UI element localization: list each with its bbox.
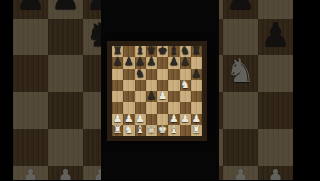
square-b5: [48, 55, 83, 92]
square-b5[interactable]: [123, 80, 134, 91]
black-pawn: ♟: [192, 68, 202, 79]
square-e1[interactable]: ♚: [157, 125, 168, 136]
square-a6: [13, 19, 48, 56]
square-h8[interactable]: ♜: [191, 46, 202, 57]
black-knight: ♞: [135, 68, 145, 79]
black-pawn: ♟: [147, 57, 157, 68]
square-b1[interactable]: ♞: [123, 125, 134, 136]
square-e7[interactable]: [157, 57, 168, 68]
square-f1[interactable]: ♝: [168, 125, 179, 136]
black-rook: ♜: [192, 45, 202, 56]
square-a5[interactable]: [112, 80, 123, 91]
square-h1[interactable]: ♜: [191, 125, 202, 136]
black-king: ♚: [158, 45, 168, 56]
square-a2: ♟: [13, 166, 48, 181]
chess-board[interactable]: ♜♝♛♚♝♞♜♟♟♟♟♟♟♞♟♞♟♟♟♟♟♟♟♟♜♞♝♛♚♝♜: [112, 46, 202, 136]
black-pawn: ♟: [113, 57, 123, 68]
black-pawn: ♟: [51, 0, 81, 16]
square-f6[interactable]: [168, 69, 179, 80]
square-g6: [223, 19, 258, 56]
square-h4[interactable]: [191, 91, 202, 102]
square-g5: ♞: [223, 55, 258, 92]
square-h5: [258, 55, 293, 92]
square-g5[interactable]: ♞: [180, 80, 191, 91]
white-bishop: ♝: [169, 124, 179, 135]
shorts-video-frame: ♜♝♛♚♝♞♜♟♟♟♟♟♟♞♟♞♟♟♟♟♟♟♟♟♜♞♝♛♚♝♜ ♜♝♛♚♝♞♜♟…: [0, 0, 320, 180]
square-h6[interactable]: ♟: [191, 69, 202, 80]
square-f4[interactable]: [168, 91, 179, 102]
square-f7[interactable]: ♟: [168, 57, 179, 68]
square-g4[interactable]: [180, 91, 191, 102]
square-g7: ♟: [223, 0, 258, 19]
white-rook: ♜: [192, 124, 202, 135]
square-d3[interactable]: [146, 102, 157, 113]
square-b4: [48, 92, 83, 129]
square-b2: ♟: [48, 166, 83, 181]
square-h6: ♟: [258, 19, 293, 56]
black-pawn: ♟: [261, 16, 291, 53]
square-c6[interactable]: ♞: [135, 69, 146, 80]
white-rook: ♜: [113, 124, 123, 135]
black-pawn: ♟: [124, 57, 134, 68]
square-c1[interactable]: ♝: [135, 125, 146, 136]
black-pawn: ♟: [226, 0, 256, 16]
square-a4: [13, 92, 48, 129]
square-a3: [13, 129, 48, 166]
white-king: ♚: [158, 124, 168, 135]
square-b6: [48, 19, 83, 56]
square-g2[interactable]: ♟: [180, 114, 191, 125]
white-knight: ♞: [226, 53, 256, 90]
square-g4: [223, 92, 258, 129]
square-e3[interactable]: [157, 102, 168, 113]
white-queen: ♛: [147, 124, 157, 135]
square-b6[interactable]: [123, 69, 134, 80]
square-g2: ♟: [223, 166, 258, 181]
white-pawn: ♟: [180, 113, 190, 124]
square-a6[interactable]: [112, 69, 123, 80]
black-pawn: ♟: [147, 90, 157, 101]
square-b4[interactable]: [123, 91, 134, 102]
square-g7[interactable]: ♟: [180, 57, 191, 68]
square-b3: [48, 129, 83, 166]
square-d7[interactable]: ♟: [146, 57, 157, 68]
white-knight: ♞: [180, 79, 190, 90]
white-bishop: ♝: [135, 124, 145, 135]
square-b7: ♟: [48, 0, 83, 19]
square-e8[interactable]: ♚: [157, 46, 168, 57]
white-pawn: ♟: [51, 163, 81, 180]
black-pawn: ♟: [16, 0, 46, 16]
square-d1[interactable]: ♛: [146, 125, 157, 136]
square-a7: ♟: [13, 0, 48, 19]
square-a4[interactable]: [112, 91, 123, 102]
square-d6[interactable]: [146, 69, 157, 80]
black-pawn: ♟: [169, 57, 179, 68]
square-g1[interactable]: [180, 125, 191, 136]
white-knight: ♞: [124, 124, 134, 135]
square-c4[interactable]: [135, 91, 146, 102]
white-pawn: ♟: [16, 163, 46, 180]
square-h4: [258, 92, 293, 129]
square-e4[interactable]: ♟: [157, 91, 168, 102]
white-pawn: ♟: [158, 90, 168, 101]
square-a1[interactable]: ♜: [112, 125, 123, 136]
square-d4[interactable]: ♟: [146, 91, 157, 102]
white-pawn: ♟: [226, 163, 256, 180]
square-h5[interactable]: [191, 80, 202, 91]
square-e6[interactable]: [157, 69, 168, 80]
black-pawn: ♟: [180, 57, 190, 68]
square-h3: [258, 129, 293, 166]
white-pawn: ♟: [261, 163, 291, 180]
square-g3: [223, 129, 258, 166]
square-h2: ♟: [258, 166, 293, 181]
square-c5[interactable]: [135, 80, 146, 91]
square-a5: [13, 55, 48, 92]
square-b7[interactable]: ♟: [123, 57, 134, 68]
square-a7[interactable]: ♟: [112, 57, 123, 68]
square-f5[interactable]: [168, 80, 179, 91]
